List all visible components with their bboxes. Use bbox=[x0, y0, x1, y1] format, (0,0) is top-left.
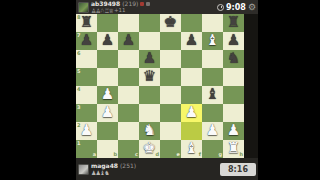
square-g5[interactable] bbox=[202, 68, 223, 86]
black-pawn: ♟ bbox=[223, 31, 244, 50]
square-d2[interactable]: ♞ bbox=[139, 122, 160, 140]
square-d1[interactable]: d♚ bbox=[139, 140, 160, 158]
white-pawn: ♟ bbox=[97, 103, 118, 122]
opponent-info[interactable]: ab39498 (219) ♙♙♘♖♕ +11 bbox=[91, 1, 150, 14]
white-pawn: ♟ bbox=[76, 121, 97, 140]
file-label: a bbox=[93, 152, 96, 157]
rank-label: 3 bbox=[77, 105, 80, 110]
square-h5[interactable] bbox=[223, 68, 244, 86]
white-pawn: ♟ bbox=[223, 121, 244, 140]
black-knight: ♞ bbox=[223, 49, 244, 68]
white-bishop: ♝ bbox=[202, 31, 223, 50]
player-captured-pieces: ♟♟♝♞ bbox=[91, 170, 109, 176]
rank-label: 6 bbox=[77, 51, 80, 56]
square-g7[interactable]: ♝ bbox=[202, 32, 223, 50]
square-c6[interactable] bbox=[118, 50, 139, 68]
white-pawn: ♟ bbox=[97, 85, 118, 104]
player-info[interactable]: maga48 (251) ♟♟♝♞ bbox=[91, 163, 136, 176]
square-d7[interactable] bbox=[139, 32, 160, 50]
square-h7[interactable]: ♟ bbox=[223, 32, 244, 50]
square-f5[interactable] bbox=[181, 68, 202, 86]
black-queen: ♛ bbox=[139, 67, 160, 86]
black-pawn: ♟ bbox=[97, 31, 118, 50]
square-f3[interactable]: ♟ bbox=[181, 104, 202, 122]
square-g4[interactable]: ♝ bbox=[202, 86, 223, 104]
square-f8[interactable] bbox=[181, 14, 202, 32]
square-c2[interactable] bbox=[118, 122, 139, 140]
chess-board: 8♜♚♜7♟♟♟♟♝♟6♟♞5♛4♟♝3♟♟2♟♞♟♟1abcd♚ef♝gh♜ bbox=[76, 14, 244, 158]
stopwatch-icon bbox=[217, 4, 224, 11]
square-c8[interactable] bbox=[118, 14, 139, 32]
file-label: e bbox=[177, 152, 180, 157]
square-a2[interactable]: 2♟ bbox=[76, 122, 97, 140]
square-b2[interactable] bbox=[97, 122, 118, 140]
square-b8[interactable] bbox=[97, 14, 118, 32]
square-e5[interactable] bbox=[160, 68, 181, 86]
player-avatar[interactable] bbox=[78, 164, 89, 175]
opponent-rating: (219) bbox=[122, 1, 138, 7]
square-g1[interactable]: g bbox=[202, 140, 223, 158]
square-d6[interactable]: ♟ bbox=[139, 50, 160, 68]
square-b4[interactable]: ♟ bbox=[97, 86, 118, 104]
square-e8[interactable]: ♚ bbox=[160, 14, 181, 32]
square-a5[interactable]: 5 bbox=[76, 68, 97, 86]
square-c7[interactable]: ♟ bbox=[118, 32, 139, 50]
square-d4[interactable] bbox=[139, 86, 160, 104]
white-knight: ♞ bbox=[139, 121, 160, 140]
square-f1[interactable]: f♝ bbox=[181, 140, 202, 158]
video-frame: ab39498 (219) ♙♙♘♖♕ +11 9:08 ⚙ 8♜♚♜7♟♟♟♟… bbox=[0, 0, 320, 180]
square-g6[interactable] bbox=[202, 50, 223, 68]
square-e2[interactable] bbox=[160, 122, 181, 140]
black-pawn: ♟ bbox=[181, 31, 202, 50]
square-g3[interactable] bbox=[202, 104, 223, 122]
square-a7[interactable]: 7♟ bbox=[76, 32, 97, 50]
square-e7[interactable] bbox=[160, 32, 181, 50]
square-a4[interactable]: 4 bbox=[76, 86, 97, 104]
square-e1[interactable]: e bbox=[160, 140, 181, 158]
file-label: g bbox=[218, 152, 222, 157]
square-b6[interactable] bbox=[97, 50, 118, 68]
square-e3[interactable] bbox=[160, 104, 181, 122]
rank-label: 1 bbox=[77, 141, 80, 146]
square-h3[interactable] bbox=[223, 104, 244, 122]
membership-badge-icon bbox=[146, 2, 150, 6]
opponent-clock: 9:08 bbox=[226, 3, 246, 12]
square-h2[interactable]: ♟ bbox=[223, 122, 244, 140]
black-pawn: ♟ bbox=[76, 31, 97, 50]
square-a3[interactable]: 3 bbox=[76, 104, 97, 122]
black-bishop: ♝ bbox=[202, 85, 223, 104]
square-f7[interactable]: ♟ bbox=[181, 32, 202, 50]
file-label: b bbox=[113, 152, 117, 157]
rank-label: 4 bbox=[77, 87, 80, 92]
square-e6[interactable] bbox=[160, 50, 181, 68]
square-e4[interactable] bbox=[160, 86, 181, 104]
white-bishop: ♝ bbox=[181, 139, 202, 158]
square-g2[interactable]: ♟ bbox=[202, 122, 223, 140]
opponent-material-advantage: +11 bbox=[114, 8, 126, 14]
player-clock: 8:16 bbox=[220, 163, 256, 176]
black-king: ♚ bbox=[160, 13, 181, 32]
opponent-avatar[interactable] bbox=[78, 2, 89, 13]
black-rook: ♜ bbox=[76, 13, 97, 32]
square-g8[interactable] bbox=[202, 14, 223, 32]
square-c3[interactable] bbox=[118, 104, 139, 122]
square-b7[interactable]: ♟ bbox=[97, 32, 118, 50]
square-a1[interactable]: 1a bbox=[76, 140, 97, 158]
app-column: ab39498 (219) ♙♙♘♖♕ +11 9:08 ⚙ 8♜♚♜7♟♟♟♟… bbox=[76, 0, 258, 180]
square-f2[interactable] bbox=[181, 122, 202, 140]
square-h4[interactable] bbox=[223, 86, 244, 104]
gear-icon[interactable]: ⚙ bbox=[248, 3, 256, 12]
square-c4[interactable] bbox=[118, 86, 139, 104]
square-b3[interactable]: ♟ bbox=[97, 104, 118, 122]
square-h1[interactable]: h♜ bbox=[223, 140, 244, 158]
square-d3[interactable] bbox=[139, 104, 160, 122]
player-name: maga48 bbox=[91, 163, 118, 169]
square-d5[interactable]: ♛ bbox=[139, 68, 160, 86]
player-rating: (251) bbox=[120, 163, 136, 169]
square-h8[interactable]: ♜ bbox=[223, 14, 244, 32]
square-b5[interactable] bbox=[97, 68, 118, 86]
square-f6[interactable] bbox=[181, 50, 202, 68]
square-a6[interactable]: 6 bbox=[76, 50, 97, 68]
flag-badge-icon bbox=[140, 2, 144, 6]
square-b1[interactable]: b bbox=[97, 140, 118, 158]
opponent-name: ab39498 bbox=[91, 1, 120, 7]
file-label: c bbox=[135, 152, 138, 157]
white-pawn: ♟ bbox=[202, 121, 223, 140]
white-king: ♚ bbox=[139, 139, 160, 158]
black-pawn: ♟ bbox=[139, 49, 160, 68]
black-rook: ♜ bbox=[223, 13, 244, 32]
square-c1[interactable]: c bbox=[118, 140, 139, 158]
white-pawn: ♟ bbox=[181, 103, 202, 122]
square-d8[interactable] bbox=[139, 14, 160, 32]
square-h6[interactable]: ♞ bbox=[223, 50, 244, 68]
square-c5[interactable] bbox=[118, 68, 139, 86]
white-rook: ♜ bbox=[223, 139, 244, 158]
square-a8[interactable]: 8♜ bbox=[76, 14, 97, 32]
player-hud-bar: maga48 (251) ♟♟♝♞ 8:16 bbox=[76, 158, 258, 180]
opponent-hud-bar: ab39498 (219) ♙♙♘♖♕ +11 9:08 ⚙ bbox=[76, 0, 258, 14]
black-pawn: ♟ bbox=[118, 31, 139, 50]
square-f4[interactable] bbox=[181, 86, 202, 104]
rank-label: 5 bbox=[77, 69, 80, 74]
